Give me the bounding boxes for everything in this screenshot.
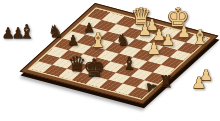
captured-white-pawn: ♟ <box>192 75 206 91</box>
black-bishop: ♝ <box>121 55 136 72</box>
pieces-layer: ♚♛♝♝♟♟♟♟♟♟♚♛♞♞♝♜♟♟♟♟♟♝♟♟ <box>0 0 220 121</box>
captured-black-bishop: ♝ <box>18 22 35 41</box>
black-pawn: ♟ <box>67 33 80 47</box>
black-knight: ♞ <box>47 23 62 40</box>
chess-photo-scene: ♚♛♝♝♟♟♟♟♟♟♚♛♞♞♝♜♟♟♟♟♟♝♟♟ <box>0 0 220 121</box>
white-bishop: ♝ <box>191 27 209 47</box>
black-king: ♚ <box>83 55 105 80</box>
black-pawn-fallen: ♟ <box>145 80 160 94</box>
white-pawn: ♟ <box>177 25 190 40</box>
white-pawn: ♟ <box>161 33 174 48</box>
white-pawn: ♟ <box>138 23 151 38</box>
black-knight: ♞ <box>116 32 130 48</box>
black-rook: ♜ <box>159 74 173 90</box>
white-pawn: ♟ <box>147 41 161 57</box>
white-bishop: ♝ <box>89 30 107 50</box>
